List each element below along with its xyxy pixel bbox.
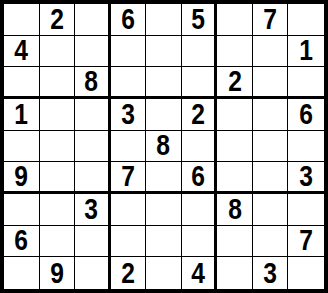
given-digit: 6 [121,5,135,34]
cell-r2c7[interactable] [217,36,253,68]
cell-r9c5[interactable] [146,257,182,289]
cell-r9c2: 9 [40,257,76,289]
cell-r7c9[interactable] [288,194,324,226]
given-digit: 4 [14,36,28,65]
cell-r3c8[interactable] [253,67,289,99]
cell-r6c7[interactable] [217,162,253,194]
given-digit: 8 [228,195,242,224]
given-digit: 3 [121,100,135,129]
given-digit: 1 [14,100,28,129]
cell-r2c3[interactable] [75,36,111,68]
given-digit: 9 [14,162,28,191]
cell-r2c8[interactable] [253,36,289,68]
cell-r3c1[interactable] [4,67,40,99]
given-digit: 3 [263,259,277,288]
cell-r9c4: 2 [111,257,147,289]
cell-r8c1: 6 [4,226,40,258]
cell-r1c1[interactable] [4,4,40,36]
cell-r8c6[interactable] [182,226,218,258]
given-digit: 2 [121,259,135,288]
given-digit: 8 [85,67,99,96]
cell-r4c3[interactable] [75,99,111,131]
cell-r3c2[interactable] [40,67,76,99]
cell-r5c3[interactable] [75,131,111,163]
given-digit: 7 [299,226,313,255]
cell-r3c6[interactable] [182,67,218,99]
cell-r7c6[interactable] [182,194,218,226]
cell-r5c4[interactable] [111,131,147,163]
cell-r7c4[interactable] [111,194,147,226]
given-digit: 6 [299,100,313,129]
cell-r7c5[interactable] [146,194,182,226]
cell-r9c6: 4 [182,257,218,289]
cell-r2c1: 4 [4,36,40,68]
cell-r1c3[interactable] [75,4,111,36]
given-digit: 2 [50,5,64,34]
cell-r9c8: 3 [253,257,289,289]
cell-r6c4: 7 [111,162,147,194]
cell-r2c9: 1 [288,36,324,68]
cell-r1c7[interactable] [217,4,253,36]
cell-r6c6: 6 [182,162,218,194]
cell-r4c9: 6 [288,99,324,131]
cell-r4c5[interactable] [146,99,182,131]
cell-r4c8[interactable] [253,99,289,131]
given-digit: 1 [299,36,313,65]
sudoku-board: 2657418213268976338679243 [0,0,328,293]
cell-r8c8[interactable] [253,226,289,258]
cell-r8c9: 7 [288,226,324,258]
given-digit: 6 [191,162,205,191]
cell-r9c3[interactable] [75,257,111,289]
cell-r8c2[interactable] [40,226,76,258]
cell-r3c5[interactable] [146,67,182,99]
cell-r8c4[interactable] [111,226,147,258]
cell-r9c7[interactable] [217,257,253,289]
cell-r6c5[interactable] [146,162,182,194]
given-digit: 2 [191,100,205,129]
given-digit: 3 [299,162,313,191]
cell-r1c8: 7 [253,4,289,36]
given-digit: 2 [228,67,242,96]
cell-r7c2[interactable] [40,194,76,226]
cell-r9c1[interactable] [4,257,40,289]
cell-r2c4[interactable] [111,36,147,68]
cell-r3c9[interactable] [288,67,324,99]
cell-r4c4: 3 [111,99,147,131]
given-digit: 9 [50,259,64,288]
cell-r2c5[interactable] [146,36,182,68]
cell-r1c5[interactable] [146,4,182,36]
given-digit: 8 [157,131,171,160]
cell-r1c6: 5 [182,4,218,36]
cell-r5c6[interactable] [182,131,218,163]
cell-r2c6[interactable] [182,36,218,68]
given-digit: 7 [121,162,135,191]
given-digit: 7 [263,5,277,34]
cell-r3c7: 2 [217,67,253,99]
cell-r5c8[interactable] [253,131,289,163]
cell-r6c3[interactable] [75,162,111,194]
cell-r6c8[interactable] [253,162,289,194]
cell-r9c9[interactable] [288,257,324,289]
cell-r1c2: 2 [40,4,76,36]
cell-r5c2[interactable] [40,131,76,163]
cell-r7c3: 3 [75,194,111,226]
cell-r1c4: 6 [111,4,147,36]
given-digit: 5 [191,5,205,34]
cell-r5c7[interactable] [217,131,253,163]
cell-r8c3[interactable] [75,226,111,258]
cell-r5c5: 8 [146,131,182,163]
given-digit: 6 [14,226,28,255]
cell-r3c4[interactable] [111,67,147,99]
cell-r4c6: 2 [182,99,218,131]
cell-r7c1[interactable] [4,194,40,226]
cell-r8c5[interactable] [146,226,182,258]
cell-r4c1: 1 [4,99,40,131]
cell-r5c1[interactable] [4,131,40,163]
cell-r2c2[interactable] [40,36,76,68]
given-digit: 4 [191,259,205,288]
cell-r1c9[interactable] [288,4,324,36]
cell-r6c1: 9 [4,162,40,194]
cell-r4c7[interactable] [217,99,253,131]
cell-r3c3: 8 [75,67,111,99]
cell-r5c9[interactable] [288,131,324,163]
cell-r6c9: 3 [288,162,324,194]
cell-r7c8[interactable] [253,194,289,226]
cell-r6c2[interactable] [40,162,76,194]
cell-r8c7[interactable] [217,226,253,258]
cell-r7c7: 8 [217,194,253,226]
cell-r4c2[interactable] [40,99,76,131]
given-digit: 3 [85,195,99,224]
